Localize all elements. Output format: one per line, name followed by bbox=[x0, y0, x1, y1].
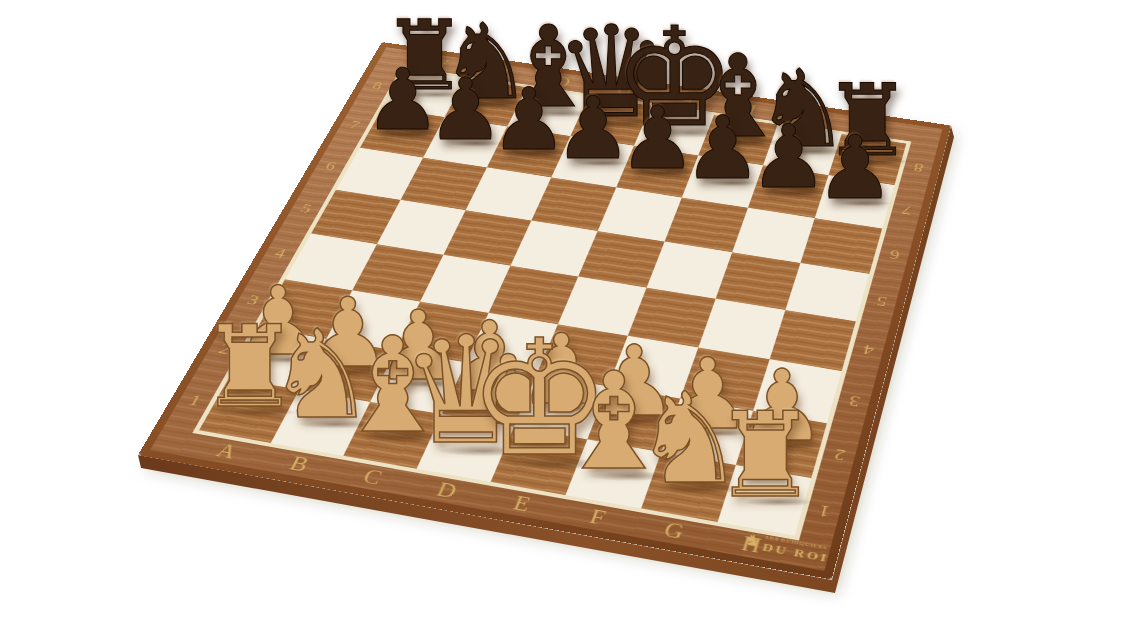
knight-logo-icon: ♞ bbox=[742, 532, 764, 550]
product-photo-stage: AABBCCDDEEFFGGHH1122334455667788 ♞ LES É… bbox=[0, 0, 1131, 626]
white-rook-h1[interactable]: ♜ bbox=[712, 397, 817, 514]
black-pawn-h7[interactable]: ♟ bbox=[816, 124, 895, 212]
